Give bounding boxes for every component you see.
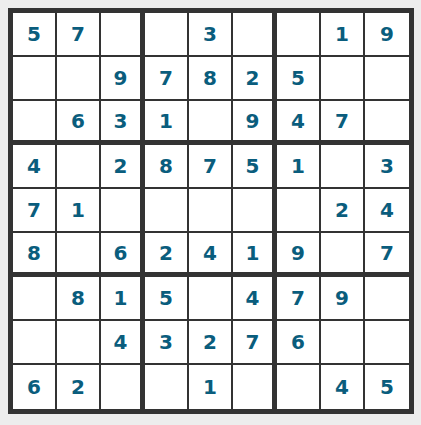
cell-r5c4[interactable] <box>145 189 189 233</box>
cell-r3c7[interactable]: 4 <box>277 101 321 145</box>
sudoku-board: 5731997825631947428751371248624197815479… <box>8 8 414 414</box>
cell-r7c1[interactable] <box>13 277 57 321</box>
cell-r9c5[interactable]: 1 <box>189 365 233 409</box>
cell-r8c1[interactable] <box>13 321 57 365</box>
cell-r6c7[interactable]: 9 <box>277 233 321 277</box>
cell-r4c7[interactable]: 1 <box>277 145 321 189</box>
cell-r1c4[interactable] <box>145 13 189 57</box>
cell-r4c1[interactable]: 4 <box>13 145 57 189</box>
cell-r9c4[interactable] <box>145 365 189 409</box>
cell-r8c6[interactable]: 7 <box>233 321 277 365</box>
cell-r9c3[interactable] <box>101 365 145 409</box>
cell-r6c6[interactable]: 1 <box>233 233 277 277</box>
cell-r8c2[interactable] <box>57 321 101 365</box>
cell-r7c4[interactable]: 5 <box>145 277 189 321</box>
cell-r9c1[interactable]: 6 <box>13 365 57 409</box>
cell-r3c8[interactable]: 7 <box>321 101 365 145</box>
cell-r8c4[interactable]: 3 <box>145 321 189 365</box>
cell-r6c2[interactable] <box>57 233 101 277</box>
cell-r1c2[interactable]: 7 <box>57 13 101 57</box>
cell-r8c3[interactable]: 4 <box>101 321 145 365</box>
cell-r4c3[interactable]: 2 <box>101 145 145 189</box>
cell-r1c8[interactable]: 1 <box>321 13 365 57</box>
cell-r7c8[interactable]: 9 <box>321 277 365 321</box>
cell-r7c3[interactable]: 1 <box>101 277 145 321</box>
cell-r8c9[interactable] <box>365 321 409 365</box>
cell-r5c1[interactable]: 7 <box>13 189 57 233</box>
cell-r4c9[interactable]: 3 <box>365 145 409 189</box>
cell-r7c9[interactable] <box>365 277 409 321</box>
cell-r3c1[interactable] <box>13 101 57 145</box>
cell-r2c6[interactable]: 2 <box>233 57 277 101</box>
cell-r9c6[interactable] <box>233 365 277 409</box>
cell-r7c6[interactable]: 4 <box>233 277 277 321</box>
cell-r3c3[interactable]: 3 <box>101 101 145 145</box>
cell-r5c3[interactable] <box>101 189 145 233</box>
cell-r1c1[interactable]: 5 <box>13 13 57 57</box>
cell-r4c2[interactable] <box>57 145 101 189</box>
cell-r1c9[interactable]: 9 <box>365 13 409 57</box>
cell-r7c2[interactable]: 8 <box>57 277 101 321</box>
cell-r3c2[interactable]: 6 <box>57 101 101 145</box>
cell-r1c6[interactable] <box>233 13 277 57</box>
cell-r5c9[interactable]: 4 <box>365 189 409 233</box>
cell-r5c8[interactable]: 2 <box>321 189 365 233</box>
cell-r2c7[interactable]: 5 <box>277 57 321 101</box>
cell-r8c5[interactable]: 2 <box>189 321 233 365</box>
cell-r9c9[interactable]: 5 <box>365 365 409 409</box>
cell-r5c7[interactable] <box>277 189 321 233</box>
cell-r6c9[interactable]: 7 <box>365 233 409 277</box>
cell-r3c9[interactable] <box>365 101 409 145</box>
cell-r7c5[interactable] <box>189 277 233 321</box>
cell-r4c8[interactable] <box>321 145 365 189</box>
cell-r5c2[interactable]: 1 <box>57 189 101 233</box>
cell-r2c5[interactable]: 8 <box>189 57 233 101</box>
cell-r4c4[interactable]: 8 <box>145 145 189 189</box>
cell-r4c6[interactable]: 5 <box>233 145 277 189</box>
cell-r2c4[interactable]: 7 <box>145 57 189 101</box>
cell-r3c5[interactable] <box>189 101 233 145</box>
cell-r8c8[interactable] <box>321 321 365 365</box>
cell-r3c6[interactable]: 9 <box>233 101 277 145</box>
cell-r1c5[interactable]: 3 <box>189 13 233 57</box>
cell-r6c8[interactable] <box>321 233 365 277</box>
cell-r6c5[interactable]: 4 <box>189 233 233 277</box>
cell-r6c3[interactable]: 6 <box>101 233 145 277</box>
cell-r4c5[interactable]: 7 <box>189 145 233 189</box>
cell-r9c2[interactable]: 2 <box>57 365 101 409</box>
cell-r8c7[interactable]: 6 <box>277 321 321 365</box>
cell-r2c1[interactable] <box>13 57 57 101</box>
cell-r9c7[interactable] <box>277 365 321 409</box>
cell-r2c2[interactable] <box>57 57 101 101</box>
cell-r1c3[interactable] <box>101 13 145 57</box>
cell-r2c3[interactable]: 9 <box>101 57 145 101</box>
cell-r6c4[interactable]: 2 <box>145 233 189 277</box>
cell-r6c1[interactable]: 8 <box>13 233 57 277</box>
cell-r9c8[interactable]: 4 <box>321 365 365 409</box>
cell-r7c7[interactable]: 7 <box>277 277 321 321</box>
cell-r5c5[interactable] <box>189 189 233 233</box>
cell-r2c8[interactable] <box>321 57 365 101</box>
cell-r1c7[interactable] <box>277 13 321 57</box>
cell-r2c9[interactable] <box>365 57 409 101</box>
cell-r5c6[interactable] <box>233 189 277 233</box>
cell-r3c4[interactable]: 1 <box>145 101 189 145</box>
